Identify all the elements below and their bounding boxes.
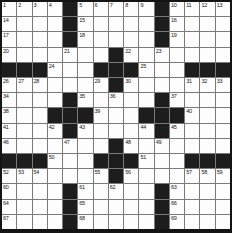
white-cell[interactable]: 11 bbox=[185, 2, 199, 16]
white-cell[interactable]: 49 bbox=[155, 139, 169, 153]
white-cell[interactable] bbox=[216, 32, 230, 46]
clue-number: 8 bbox=[125, 2, 128, 8]
clue-number: 65 bbox=[79, 200, 85, 206]
white-cell[interactable]: 66 bbox=[170, 200, 184, 214]
white-cell[interactable] bbox=[17, 200, 31, 214]
black-square bbox=[33, 154, 47, 168]
white-cell[interactable] bbox=[170, 139, 184, 153]
white-cell[interactable]: 3 bbox=[33, 2, 47, 16]
clue-number: 35 bbox=[79, 93, 85, 99]
white-cell[interactable]: 37 bbox=[170, 93, 184, 107]
white-cell[interactable]: 55 bbox=[94, 169, 108, 183]
white-cell[interactable] bbox=[48, 48, 62, 62]
white-cell[interactable] bbox=[48, 93, 62, 107]
white-cell[interactable] bbox=[139, 93, 153, 107]
white-cell[interactable] bbox=[155, 63, 169, 77]
black-square bbox=[155, 215, 169, 229]
white-cell[interactable] bbox=[17, 17, 31, 31]
white-cell[interactable] bbox=[109, 17, 123, 31]
white-cell[interactable]: 63 bbox=[170, 184, 184, 198]
clue-number: 49 bbox=[156, 139, 162, 145]
black-square bbox=[155, 32, 169, 46]
white-cell[interactable] bbox=[48, 200, 62, 214]
white-cell[interactable] bbox=[94, 184, 108, 198]
white-cell[interactable]: 67 bbox=[2, 215, 16, 229]
white-cell[interactable]: 52 bbox=[2, 169, 16, 183]
clue-number: 62 bbox=[110, 184, 116, 190]
white-cell[interactable] bbox=[200, 139, 214, 153]
clue-number: 21 bbox=[64, 48, 70, 54]
white-cell[interactable] bbox=[94, 124, 108, 138]
white-cell[interactable] bbox=[94, 200, 108, 214]
white-cell[interactable] bbox=[33, 139, 47, 153]
black-square bbox=[216, 63, 230, 77]
white-cell[interactable] bbox=[155, 78, 169, 92]
clue-number: 1 bbox=[3, 2, 6, 8]
white-cell[interactable] bbox=[200, 17, 214, 31]
white-cell[interactable]: 24 bbox=[48, 63, 62, 77]
white-cell[interactable] bbox=[109, 32, 123, 46]
white-cell[interactable]: 42 bbox=[48, 124, 62, 138]
clue-number: 27 bbox=[18, 78, 24, 84]
clue-number: 15 bbox=[79, 17, 85, 23]
white-cell[interactable]: 6 bbox=[94, 2, 108, 16]
white-cell[interactable]: 69 bbox=[170, 215, 184, 229]
white-cell[interactable] bbox=[216, 93, 230, 107]
black-square bbox=[63, 184, 77, 198]
white-cell[interactable] bbox=[78, 154, 92, 168]
white-cell[interactable]: 1 bbox=[2, 2, 16, 16]
black-square bbox=[17, 63, 31, 77]
black-square bbox=[109, 48, 123, 62]
clue-number: 47 bbox=[64, 139, 70, 145]
white-cell[interactable]: 36 bbox=[109, 93, 123, 107]
white-cell[interactable] bbox=[200, 93, 214, 107]
clue-number: 58 bbox=[201, 169, 207, 175]
clue-number: 68 bbox=[79, 215, 85, 221]
clue-number: 24 bbox=[49, 63, 55, 69]
clue-number: 25 bbox=[140, 63, 146, 69]
white-cell[interactable]: 39 bbox=[94, 108, 108, 122]
white-cell[interactable] bbox=[170, 169, 184, 183]
white-cell[interactable] bbox=[124, 184, 138, 198]
white-cell[interactable]: 58 bbox=[200, 169, 214, 183]
white-cell[interactable] bbox=[200, 200, 214, 214]
white-cell[interactable] bbox=[216, 124, 230, 138]
clue-number: 63 bbox=[171, 184, 177, 190]
clue-number: 20 bbox=[3, 48, 9, 54]
white-cell[interactable] bbox=[33, 93, 47, 107]
clue-number: 17 bbox=[3, 32, 9, 38]
clue-number: 32 bbox=[201, 78, 207, 84]
white-cell[interactable] bbox=[216, 139, 230, 153]
clue-number: 40 bbox=[186, 108, 192, 114]
clue-number: 7 bbox=[110, 2, 113, 8]
white-cell[interactable]: 48 bbox=[124, 139, 138, 153]
white-cell[interactable] bbox=[200, 215, 214, 229]
clue-number: 54 bbox=[34, 169, 40, 175]
white-cell[interactable] bbox=[200, 184, 214, 198]
clue-number: 44 bbox=[140, 124, 146, 130]
clue-number: 9 bbox=[140, 2, 143, 8]
white-cell[interactable]: 5 bbox=[78, 2, 92, 16]
white-cell[interactable]: 20 bbox=[2, 48, 16, 62]
crossword-puzzle: 1234567891011121314151617181920212223242… bbox=[0, 0, 232, 233]
white-cell[interactable] bbox=[170, 78, 184, 92]
clue-number: 14 bbox=[3, 17, 9, 23]
white-cell[interactable] bbox=[48, 184, 62, 198]
black-square bbox=[124, 154, 138, 168]
white-cell[interactable] bbox=[94, 215, 108, 229]
white-cell[interactable]: 12 bbox=[200, 2, 214, 16]
black-square bbox=[124, 63, 138, 77]
white-cell[interactable]: 51 bbox=[139, 154, 153, 168]
white-cell[interactable] bbox=[78, 48, 92, 62]
clue-number: 39 bbox=[95, 108, 101, 114]
white-cell[interactable]: 57 bbox=[185, 169, 199, 183]
white-cell[interactable]: 10 bbox=[170, 2, 184, 16]
white-cell[interactable] bbox=[185, 17, 199, 31]
black-square bbox=[155, 184, 169, 198]
white-cell[interactable] bbox=[109, 108, 123, 122]
black-square bbox=[109, 154, 123, 168]
white-cell[interactable] bbox=[78, 78, 92, 92]
white-cell[interactable]: 33 bbox=[216, 78, 230, 92]
black-square bbox=[185, 63, 199, 77]
white-cell[interactable]: 26 bbox=[2, 78, 16, 92]
white-cell[interactable] bbox=[216, 200, 230, 214]
white-cell[interactable] bbox=[124, 200, 138, 214]
white-cell[interactable] bbox=[185, 48, 199, 62]
white-cell[interactable] bbox=[185, 124, 199, 138]
clue-number: 23 bbox=[156, 48, 162, 54]
white-cell[interactable] bbox=[170, 63, 184, 77]
white-cell[interactable] bbox=[17, 93, 31, 107]
black-square bbox=[48, 108, 62, 122]
black-square bbox=[94, 63, 108, 77]
black-square bbox=[63, 17, 77, 31]
white-cell[interactable] bbox=[155, 154, 169, 168]
white-cell[interactable] bbox=[216, 184, 230, 198]
white-cell[interactable] bbox=[63, 78, 77, 92]
black-square bbox=[2, 63, 16, 77]
black-square bbox=[200, 154, 214, 168]
white-cell[interactable]: 62 bbox=[109, 184, 123, 198]
white-cell[interactable] bbox=[94, 48, 108, 62]
clue-number: 55 bbox=[95, 169, 101, 175]
white-cell[interactable] bbox=[33, 184, 47, 198]
black-square bbox=[63, 93, 77, 107]
black-square bbox=[155, 124, 169, 138]
white-cell[interactable] bbox=[33, 32, 47, 46]
clue-number: 19 bbox=[171, 32, 177, 38]
crossword-grid: 1234567891011121314151617181920212223242… bbox=[2, 2, 230, 229]
white-cell[interactable] bbox=[33, 200, 47, 214]
clue-number: 11 bbox=[186, 2, 191, 8]
clue-number: 46 bbox=[3, 139, 9, 145]
black-square bbox=[63, 108, 77, 122]
white-cell[interactable]: 14 bbox=[2, 17, 16, 31]
clue-number: 31 bbox=[186, 78, 192, 84]
clue-number: 52 bbox=[3, 169, 9, 175]
white-cell[interactable] bbox=[48, 78, 62, 92]
white-cell[interactable] bbox=[200, 108, 214, 122]
black-square bbox=[155, 108, 169, 122]
clue-number: 33 bbox=[217, 78, 223, 84]
clue-number: 12 bbox=[201, 2, 207, 8]
black-square bbox=[94, 154, 108, 168]
white-cell[interactable]: 23 bbox=[155, 48, 169, 62]
black-square bbox=[33, 63, 47, 77]
clue-number: 59 bbox=[217, 169, 223, 175]
clue-number: 28 bbox=[34, 78, 40, 84]
black-square bbox=[200, 63, 214, 77]
black-square bbox=[63, 200, 77, 214]
black-square bbox=[185, 154, 199, 168]
clue-number: 57 bbox=[186, 169, 192, 175]
white-cell[interactable]: 28 bbox=[33, 78, 47, 92]
white-cell[interactable] bbox=[48, 215, 62, 229]
white-cell[interactable]: 40 bbox=[185, 108, 199, 122]
clue-number: 69 bbox=[171, 215, 177, 221]
white-cell[interactable] bbox=[17, 124, 31, 138]
white-cell[interactable]: 15 bbox=[78, 17, 92, 31]
white-cell[interactable]: 21 bbox=[63, 48, 77, 62]
white-cell[interactable]: 27 bbox=[17, 78, 31, 92]
white-cell[interactable]: 65 bbox=[78, 200, 92, 214]
white-cell[interactable] bbox=[48, 32, 62, 46]
white-cell[interactable] bbox=[139, 139, 153, 153]
white-cell[interactable]: 56 bbox=[124, 169, 138, 183]
white-cell[interactable] bbox=[17, 108, 31, 122]
white-cell[interactable] bbox=[139, 17, 153, 31]
black-square bbox=[155, 17, 169, 31]
clue-number: 37 bbox=[171, 93, 177, 99]
clue-number: 64 bbox=[3, 200, 9, 206]
black-square bbox=[17, 154, 31, 168]
white-cell[interactable]: 54 bbox=[33, 169, 47, 183]
white-cell[interactable]: 43 bbox=[78, 124, 92, 138]
white-cell[interactable] bbox=[139, 32, 153, 46]
black-square bbox=[155, 2, 169, 16]
white-cell[interactable] bbox=[33, 17, 47, 31]
black-square bbox=[63, 2, 77, 16]
black-square bbox=[63, 32, 77, 46]
white-cell[interactable] bbox=[170, 154, 184, 168]
white-cell[interactable]: 38 bbox=[2, 108, 16, 122]
white-cell[interactable] bbox=[124, 17, 138, 31]
white-cell[interactable] bbox=[17, 139, 31, 153]
white-cell[interactable] bbox=[94, 32, 108, 46]
white-cell[interactable] bbox=[155, 169, 169, 183]
clue-number: 41 bbox=[3, 124, 9, 130]
white-cell[interactable]: 64 bbox=[2, 200, 16, 214]
white-cell[interactable] bbox=[216, 17, 230, 31]
white-cell[interactable] bbox=[63, 63, 77, 77]
white-cell[interactable] bbox=[48, 139, 62, 153]
clue-number: 22 bbox=[125, 48, 131, 54]
white-cell[interactable] bbox=[33, 108, 47, 122]
white-cell[interactable] bbox=[48, 169, 62, 183]
white-cell[interactable] bbox=[185, 200, 199, 214]
clue-number: 36 bbox=[110, 93, 116, 99]
white-cell[interactable] bbox=[17, 184, 31, 198]
black-square bbox=[109, 63, 123, 77]
white-cell[interactable] bbox=[33, 48, 47, 62]
white-cell[interactable]: 41 bbox=[2, 124, 16, 138]
white-cell[interactable] bbox=[94, 93, 108, 107]
white-cell[interactable]: 47 bbox=[63, 139, 77, 153]
white-cell[interactable]: 25 bbox=[139, 63, 153, 77]
clue-number: 18 bbox=[79, 32, 85, 38]
white-cell[interactable]: 44 bbox=[139, 124, 153, 138]
white-cell[interactable] bbox=[94, 139, 108, 153]
white-cell[interactable]: 46 bbox=[2, 139, 16, 153]
clue-number: 10 bbox=[171, 2, 177, 8]
white-cell[interactable] bbox=[17, 32, 31, 46]
clue-number: 67 bbox=[3, 215, 9, 221]
clue-number: 50 bbox=[49, 154, 55, 160]
white-cell[interactable] bbox=[124, 124, 138, 138]
white-cell[interactable] bbox=[17, 48, 31, 62]
white-cell[interactable]: 16 bbox=[170, 17, 184, 31]
black-square bbox=[63, 215, 77, 229]
clue-number: 4 bbox=[49, 2, 52, 8]
white-cell[interactable]: 50 bbox=[48, 154, 62, 168]
black-square bbox=[109, 78, 123, 92]
white-cell[interactable] bbox=[139, 78, 153, 92]
black-square bbox=[170, 108, 184, 122]
white-cell[interactable] bbox=[124, 108, 138, 122]
clue-number: 51 bbox=[140, 154, 146, 160]
white-cell[interactable]: 18 bbox=[78, 32, 92, 46]
black-square bbox=[109, 139, 123, 153]
white-cell[interactable] bbox=[33, 215, 47, 229]
black-square bbox=[78, 108, 92, 122]
white-cell[interactable]: 9 bbox=[139, 2, 153, 16]
black-square bbox=[109, 169, 123, 183]
white-cell[interactable] bbox=[139, 169, 153, 183]
white-cell[interactable] bbox=[124, 93, 138, 107]
clue-number: 60 bbox=[3, 184, 9, 190]
white-cell[interactable] bbox=[200, 32, 214, 46]
white-cell[interactable] bbox=[200, 48, 214, 62]
white-cell[interactable]: 59 bbox=[216, 169, 230, 183]
black-square bbox=[155, 200, 169, 214]
clue-number: 30 bbox=[125, 78, 131, 84]
white-cell[interactable]: 19 bbox=[170, 32, 184, 46]
clue-number: 29 bbox=[95, 78, 101, 84]
white-cell[interactable]: 34 bbox=[2, 93, 16, 107]
white-cell[interactable]: 61 bbox=[78, 184, 92, 198]
white-cell[interactable] bbox=[94, 17, 108, 31]
white-cell[interactable]: 45 bbox=[170, 124, 184, 138]
white-cell[interactable] bbox=[185, 184, 199, 198]
white-cell[interactable] bbox=[109, 200, 123, 214]
white-cell[interactable] bbox=[78, 169, 92, 183]
white-cell[interactable] bbox=[170, 48, 184, 62]
white-cell[interactable] bbox=[185, 93, 199, 107]
white-cell[interactable] bbox=[139, 215, 153, 229]
white-cell[interactable] bbox=[216, 48, 230, 62]
clue-number: 42 bbox=[49, 124, 55, 130]
clue-number: 16 bbox=[171, 17, 177, 23]
white-cell[interactable] bbox=[48, 17, 62, 31]
white-cell[interactable] bbox=[216, 108, 230, 122]
clue-number: 6 bbox=[95, 2, 98, 8]
clue-number: 13 bbox=[217, 2, 223, 8]
clue-number: 56 bbox=[125, 169, 131, 175]
white-cell[interactable]: 29 bbox=[94, 78, 108, 92]
white-cell[interactable] bbox=[124, 215, 138, 229]
white-cell[interactable]: 2 bbox=[17, 2, 31, 16]
white-cell[interactable]: 32 bbox=[200, 78, 214, 92]
white-cell[interactable] bbox=[200, 124, 214, 138]
white-cell[interactable]: 35 bbox=[78, 93, 92, 107]
black-square bbox=[216, 154, 230, 168]
black-square bbox=[155, 93, 169, 107]
white-cell[interactable] bbox=[139, 184, 153, 198]
white-cell[interactable] bbox=[139, 200, 153, 214]
clue-number: 53 bbox=[18, 169, 24, 175]
white-cell[interactable] bbox=[185, 32, 199, 46]
white-cell[interactable] bbox=[33, 124, 47, 138]
white-cell[interactable] bbox=[63, 169, 77, 183]
clue-number: 61 bbox=[79, 184, 85, 190]
white-cell[interactable] bbox=[185, 139, 199, 153]
white-cell[interactable] bbox=[78, 63, 92, 77]
white-cell[interactable]: 7 bbox=[109, 2, 123, 16]
black-square bbox=[63, 124, 77, 138]
clue-number: 34 bbox=[3, 93, 9, 99]
white-cell[interactable]: 22 bbox=[124, 48, 138, 62]
clue-number: 38 bbox=[3, 108, 9, 114]
clue-number: 2 bbox=[18, 2, 21, 8]
white-cell[interactable]: 31 bbox=[185, 78, 199, 92]
white-cell[interactable] bbox=[109, 124, 123, 138]
clue-number: 45 bbox=[171, 124, 177, 130]
white-cell[interactable]: 53 bbox=[17, 169, 31, 183]
clue-number: 43 bbox=[79, 124, 85, 130]
clue-number: 26 bbox=[3, 78, 9, 84]
black-square bbox=[139, 108, 153, 122]
white-cell[interactable] bbox=[17, 215, 31, 229]
white-cell[interactable] bbox=[63, 154, 77, 168]
black-square bbox=[2, 154, 16, 168]
clue-number: 5 bbox=[79, 2, 82, 8]
white-cell[interactable] bbox=[109, 215, 123, 229]
white-cell[interactable]: 60 bbox=[2, 184, 16, 198]
white-cell[interactable]: 17 bbox=[2, 32, 16, 46]
white-cell[interactable]: 4 bbox=[48, 2, 62, 16]
white-cell[interactable] bbox=[124, 32, 138, 46]
white-cell[interactable] bbox=[139, 48, 153, 62]
white-cell[interactable] bbox=[185, 215, 199, 229]
white-cell[interactable]: 30 bbox=[124, 78, 138, 92]
white-cell[interactable] bbox=[216, 215, 230, 229]
clue-number: 66 bbox=[171, 200, 177, 206]
clue-number: 48 bbox=[125, 139, 131, 145]
white-cell[interactable]: 8 bbox=[124, 2, 138, 16]
white-cell[interactable] bbox=[78, 139, 92, 153]
white-cell[interactable]: 13 bbox=[216, 2, 230, 16]
clue-number: 3 bbox=[34, 2, 37, 8]
white-cell[interactable]: 68 bbox=[78, 215, 92, 229]
